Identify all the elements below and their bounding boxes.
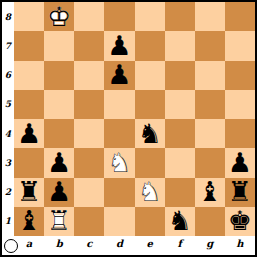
square-c8[interactable] bbox=[74, 2, 104, 31]
white-knight-icon: ♘ bbox=[135, 178, 165, 205]
black-rook-icon: ♜ bbox=[225, 178, 255, 205]
rank-label-4: 4 bbox=[2, 119, 14, 148]
white-to-move-indicator bbox=[4, 239, 18, 253]
piece-black-pawn-a4[interactable]: ♟ bbox=[14, 119, 44, 148]
piece-white-knight-d3[interactable]: ♞♘ bbox=[104, 148, 134, 177]
square-h6[interactable] bbox=[225, 61, 255, 90]
square-a4[interactable]: ♟ bbox=[14, 119, 44, 148]
square-g4[interactable] bbox=[195, 119, 225, 148]
black-pawn-icon: ♟ bbox=[225, 149, 255, 176]
square-c3[interactable] bbox=[74, 148, 104, 177]
square-e2[interactable]: ♞♘ bbox=[135, 178, 165, 207]
piece-black-pawn-b2[interactable]: ♟ bbox=[44, 178, 74, 207]
black-pawn-icon: ♟ bbox=[44, 178, 74, 205]
black-pawn-icon: ♟ bbox=[44, 149, 74, 176]
square-c6[interactable] bbox=[74, 61, 104, 90]
chess-diagram: 87654321 ♚♔♟♟♟♞♟♞♘♟♜♟♞♘♝♜♝♜♖♞♚ abcdefgh bbox=[0, 0, 257, 257]
square-d1[interactable] bbox=[104, 207, 134, 236]
file-label-c: c bbox=[74, 236, 104, 255]
file-label-f: f bbox=[165, 236, 195, 255]
rank-label-5: 5 bbox=[2, 90, 14, 119]
piece-black-bishop-a1[interactable]: ♝ bbox=[14, 207, 44, 236]
rank-label-2: 2 bbox=[2, 178, 14, 207]
file-label-d: d bbox=[104, 236, 134, 255]
square-h7[interactable] bbox=[225, 31, 255, 60]
square-e4[interactable]: ♞ bbox=[135, 119, 165, 148]
square-d6[interactable]: ♟ bbox=[104, 61, 134, 90]
black-king-icon: ♚ bbox=[225, 207, 255, 234]
square-a6[interactable] bbox=[14, 61, 44, 90]
square-h3[interactable]: ♟ bbox=[225, 148, 255, 177]
piece-black-pawn-h3[interactable]: ♟ bbox=[225, 148, 255, 177]
file-label-h: h bbox=[225, 236, 255, 255]
square-f8[interactable] bbox=[165, 2, 195, 31]
piece-black-rook-h2[interactable]: ♜ bbox=[225, 178, 255, 207]
square-a8[interactable] bbox=[14, 2, 44, 31]
square-g3[interactable] bbox=[195, 148, 225, 177]
square-e7[interactable] bbox=[135, 31, 165, 60]
chess-board: ♚♔♟♟♟♞♟♞♘♟♜♟♞♘♝♜♝♜♖♞♚ bbox=[14, 2, 255, 236]
square-f5[interactable] bbox=[165, 90, 195, 119]
square-e5[interactable] bbox=[135, 90, 165, 119]
square-d7[interactable]: ♟ bbox=[104, 31, 134, 60]
square-f6[interactable] bbox=[165, 61, 195, 90]
black-bishop-icon: ♝ bbox=[14, 207, 44, 234]
black-knight-icon: ♞ bbox=[135, 119, 165, 146]
piece-black-knight-e4[interactable]: ♞ bbox=[135, 119, 165, 148]
square-b1[interactable]: ♜♖ bbox=[44, 207, 74, 236]
black-pawn-icon: ♟ bbox=[104, 61, 134, 88]
square-d4[interactable] bbox=[104, 119, 134, 148]
piece-black-pawn-d7[interactable]: ♟ bbox=[104, 31, 134, 60]
square-d2[interactable] bbox=[104, 178, 134, 207]
square-c5[interactable] bbox=[74, 90, 104, 119]
rank-label-3: 3 bbox=[2, 148, 14, 177]
rank-label-7: 7 bbox=[2, 31, 14, 60]
square-e8[interactable] bbox=[135, 2, 165, 31]
square-g8[interactable] bbox=[195, 2, 225, 31]
black-pawn-icon: ♟ bbox=[104, 32, 134, 59]
square-d8[interactable] bbox=[104, 2, 134, 31]
square-g6[interactable] bbox=[195, 61, 225, 90]
file-label-a: a bbox=[14, 236, 44, 255]
square-d3[interactable]: ♞♘ bbox=[104, 148, 134, 177]
square-a7[interactable] bbox=[14, 31, 44, 60]
square-a5[interactable] bbox=[14, 90, 44, 119]
square-h8[interactable] bbox=[225, 2, 255, 31]
black-knight-icon: ♞ bbox=[165, 207, 195, 234]
square-f7[interactable] bbox=[165, 31, 195, 60]
square-h1[interactable]: ♚ bbox=[225, 207, 255, 236]
square-g2[interactable]: ♝ bbox=[195, 178, 225, 207]
square-b4[interactable] bbox=[44, 119, 74, 148]
square-g5[interactable] bbox=[195, 90, 225, 119]
piece-black-knight-f1[interactable]: ♞ bbox=[165, 207, 195, 236]
square-f1[interactable]: ♞ bbox=[165, 207, 195, 236]
square-c4[interactable] bbox=[74, 119, 104, 148]
rank-label-1: 1 bbox=[2, 207, 14, 236]
rank-label-6: 6 bbox=[2, 61, 14, 90]
square-a1[interactable]: ♝ bbox=[14, 207, 44, 236]
rank-label-8: 8 bbox=[2, 2, 14, 31]
piece-white-knight-e2[interactable]: ♞♘ bbox=[135, 178, 165, 207]
square-h2[interactable]: ♜ bbox=[225, 178, 255, 207]
file-labels: abcdefgh bbox=[14, 236, 255, 255]
square-h5[interactable] bbox=[225, 90, 255, 119]
square-b8[interactable]: ♚♔ bbox=[44, 2, 74, 31]
white-rook-icon: ♖ bbox=[44, 207, 74, 234]
square-e1[interactable] bbox=[135, 207, 165, 236]
piece-black-rook-a2[interactable]: ♜ bbox=[14, 178, 44, 207]
square-f4[interactable] bbox=[165, 119, 195, 148]
white-knight-icon: ♘ bbox=[104, 149, 134, 176]
black-rook-icon: ♜ bbox=[14, 178, 44, 205]
square-h4[interactable] bbox=[225, 119, 255, 148]
white-king-icon: ♔ bbox=[44, 2, 74, 29]
square-g7[interactable] bbox=[195, 31, 225, 60]
piece-white-rook-b1[interactable]: ♜♖ bbox=[44, 207, 74, 236]
square-b3[interactable]: ♟ bbox=[44, 148, 74, 177]
square-e6[interactable] bbox=[135, 61, 165, 90]
piece-white-king-b8[interactable]: ♚♔ bbox=[44, 2, 74, 31]
square-a3[interactable] bbox=[14, 148, 44, 177]
file-label-g: g bbox=[195, 236, 225, 255]
square-d5[interactable] bbox=[104, 90, 134, 119]
square-c1[interactable] bbox=[74, 207, 104, 236]
square-a2[interactable]: ♜ bbox=[14, 178, 44, 207]
square-f2[interactable] bbox=[165, 178, 195, 207]
black-pawn-icon: ♟ bbox=[14, 119, 44, 146]
square-f3[interactable] bbox=[165, 148, 195, 177]
square-e3[interactable] bbox=[135, 148, 165, 177]
file-label-b: b bbox=[44, 236, 74, 255]
rank-labels: 87654321 bbox=[2, 2, 14, 236]
piece-black-king-h1[interactable]: ♚ bbox=[225, 207, 255, 236]
piece-black-bishop-g2[interactable]: ♝ bbox=[195, 178, 225, 207]
square-b6[interactable] bbox=[44, 61, 74, 90]
black-bishop-icon: ♝ bbox=[195, 178, 225, 205]
file-label-e: e bbox=[135, 236, 165, 255]
square-g1[interactable] bbox=[195, 207, 225, 236]
piece-black-pawn-b3[interactable]: ♟ bbox=[44, 148, 74, 177]
square-b7[interactable] bbox=[44, 31, 74, 60]
square-c7[interactable] bbox=[74, 31, 104, 60]
square-c2[interactable] bbox=[74, 178, 104, 207]
piece-black-pawn-d6[interactable]: ♟ bbox=[104, 61, 134, 90]
square-b2[interactable]: ♟ bbox=[44, 178, 74, 207]
square-b5[interactable] bbox=[44, 90, 74, 119]
